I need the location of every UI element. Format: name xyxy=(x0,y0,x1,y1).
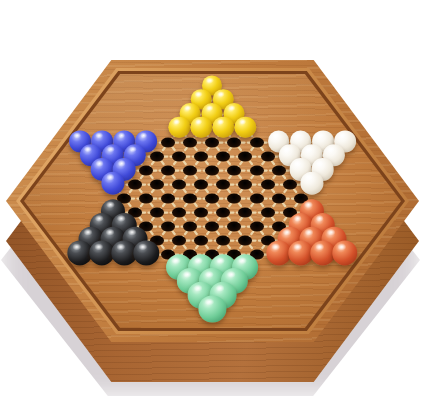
hole-pit xyxy=(183,138,197,148)
hole-r7c15[interactable] xyxy=(229,164,240,178)
star-grid xyxy=(75,80,351,318)
hole-r12c14[interactable] xyxy=(218,234,229,248)
hole-r10c16[interactable] xyxy=(240,206,251,220)
hole-r13c1[interactable] xyxy=(75,248,86,262)
hole-pit xyxy=(216,152,230,162)
hole-r13c21[interactable] xyxy=(295,248,306,262)
hole-r5c13[interactable] xyxy=(207,136,218,150)
hole-pit xyxy=(194,236,208,246)
marble-black[interactable] xyxy=(134,240,159,265)
hole-r5c9[interactable] xyxy=(163,136,174,150)
hole-r6c14[interactable] xyxy=(218,150,229,164)
hole-r10c12[interactable] xyxy=(196,206,207,220)
hole-r8c12[interactable] xyxy=(196,178,207,192)
hole-r9c7[interactable] xyxy=(141,192,152,206)
hole-r6c10[interactable] xyxy=(174,150,185,164)
hole-pit xyxy=(205,222,219,232)
hole-r10c18[interactable] xyxy=(262,206,273,220)
hole-r7c9[interactable] xyxy=(163,164,174,178)
hole-pit xyxy=(238,180,252,190)
hole-r8c4[interactable] xyxy=(108,178,119,192)
hole-r12c16[interactable] xyxy=(240,234,251,248)
hole-pit xyxy=(194,180,208,190)
hole-pit xyxy=(139,194,153,204)
hole-r10c10[interactable] xyxy=(174,206,185,220)
hole-r8c6[interactable] xyxy=(130,178,141,192)
hole-r8c16[interactable] xyxy=(240,178,251,192)
hole-r9c15[interactable] xyxy=(229,192,240,206)
hole-r13c5[interactable] xyxy=(119,248,130,262)
hole-pit xyxy=(216,180,230,190)
hole-r11c9[interactable] xyxy=(163,220,174,234)
hole-pit xyxy=(238,236,252,246)
hole-pit xyxy=(161,166,175,176)
hole-pit xyxy=(250,222,264,232)
chinese-checkers-photo xyxy=(0,0,425,412)
hole-pit xyxy=(227,222,241,232)
hole-pit xyxy=(272,194,286,204)
hole-r8c22[interactable] xyxy=(306,178,317,192)
hole-r11c11[interactable] xyxy=(185,220,196,234)
hole-pit xyxy=(172,236,186,246)
hole-r13c25[interactable] xyxy=(339,248,350,262)
hole-r6c12[interactable] xyxy=(196,150,207,164)
hole-pit xyxy=(161,194,175,204)
hole-r4c16[interactable] xyxy=(240,122,251,136)
hole-pit xyxy=(161,222,175,232)
hole-r6c18[interactable] xyxy=(262,150,273,164)
hole-pit xyxy=(250,166,264,176)
hole-pit xyxy=(216,208,230,218)
hole-r11c15[interactable] xyxy=(229,220,240,234)
hole-r7c11[interactable] xyxy=(185,164,196,178)
hole-pit xyxy=(172,208,186,218)
hole-r13c23[interactable] xyxy=(317,248,328,262)
hole-r12c12[interactable] xyxy=(196,234,207,248)
hole-r13c3[interactable] xyxy=(97,248,108,262)
hole-r12c10[interactable] xyxy=(174,234,185,248)
hole-r10c8[interactable] xyxy=(152,206,163,220)
hole-pit xyxy=(172,152,186,162)
hole-r9c13[interactable] xyxy=(207,192,218,206)
hole-r9c9[interactable] xyxy=(163,192,174,206)
hole-r11c17[interactable] xyxy=(251,220,262,234)
hole-r5c17[interactable] xyxy=(251,136,262,150)
hole-r9c17[interactable] xyxy=(251,192,262,206)
hole-pit xyxy=(205,166,219,176)
hole-pit xyxy=(150,208,164,218)
hole-pit xyxy=(161,138,175,148)
hole-pit xyxy=(261,180,275,190)
hole-r13c19[interactable] xyxy=(273,248,284,262)
hole-r4c12[interactable] xyxy=(196,122,207,136)
hole-r10c14[interactable] xyxy=(218,206,229,220)
hole-r7c13[interactable] xyxy=(207,164,218,178)
hole-r6c8[interactable] xyxy=(152,150,163,164)
hole-pit xyxy=(227,166,241,176)
hole-pit xyxy=(250,138,264,148)
hole-r7c19[interactable] xyxy=(273,164,284,178)
hole-pit xyxy=(216,236,230,246)
hole-r8c10[interactable] xyxy=(174,178,185,192)
hole-r9c11[interactable] xyxy=(185,192,196,206)
hole-pit xyxy=(250,194,264,204)
hole-r6c16[interactable] xyxy=(240,150,251,164)
hole-pit xyxy=(238,208,252,218)
hole-pit xyxy=(183,166,197,176)
hole-pit xyxy=(150,180,164,190)
hole-pit xyxy=(194,152,208,162)
hole-pit xyxy=(261,208,275,218)
hole-r8c14[interactable] xyxy=(218,178,229,192)
hole-pit xyxy=(150,152,164,162)
hole-r5c15[interactable] xyxy=(229,136,240,150)
hole-pit xyxy=(172,180,186,190)
hole-pit xyxy=(227,138,241,148)
hole-r4c14[interactable] xyxy=(218,122,229,136)
hole-r4c10[interactable] xyxy=(174,122,185,136)
hole-r8c18[interactable] xyxy=(262,178,273,192)
hole-pit xyxy=(205,194,219,204)
hole-pit xyxy=(205,138,219,148)
star-area xyxy=(75,80,351,318)
hole-pit xyxy=(227,194,241,204)
hole-pit xyxy=(283,180,297,190)
hole-pit xyxy=(139,166,153,176)
hole-r11c13[interactable] xyxy=(207,220,218,234)
hole-pit xyxy=(183,222,197,232)
hole-r13c7[interactable] xyxy=(141,248,152,262)
hole-pit xyxy=(194,208,208,218)
hole-r7c17[interactable] xyxy=(251,164,262,178)
hole-r7c7[interactable] xyxy=(141,164,152,178)
hole-pit xyxy=(261,152,275,162)
hole-pit xyxy=(128,180,142,190)
hole-pit xyxy=(238,152,252,162)
hole-r8c8[interactable] xyxy=(152,178,163,192)
hole-r9c19[interactable] xyxy=(273,192,284,206)
hole-r8c20[interactable] xyxy=(284,178,295,192)
hole-r5c11[interactable] xyxy=(185,136,196,150)
hole-r17c13[interactable] xyxy=(207,304,218,318)
hole-pit xyxy=(183,194,197,204)
hole-pit xyxy=(272,166,286,176)
